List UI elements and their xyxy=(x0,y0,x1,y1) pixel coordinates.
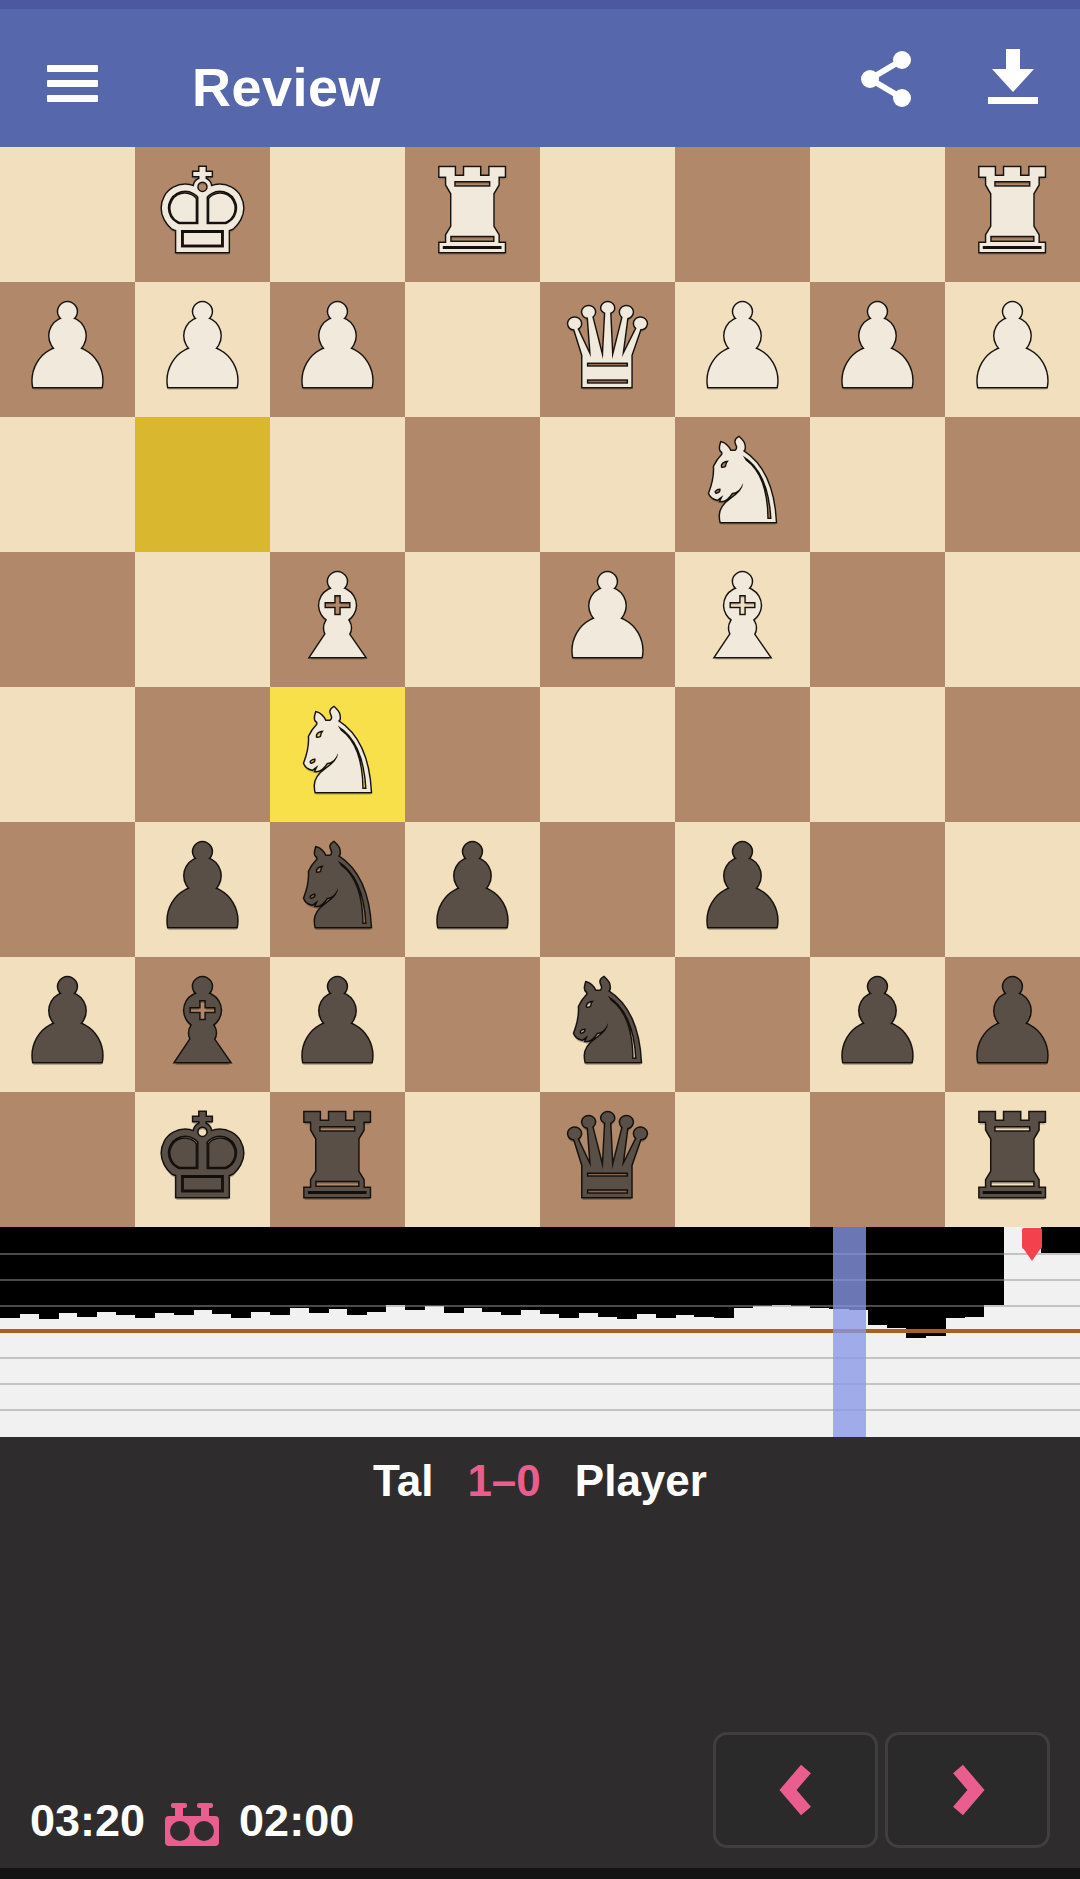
white-queen: ♛ xyxy=(540,282,675,417)
eval-bar xyxy=(193,1227,213,1310)
gridline xyxy=(0,1383,1080,1385)
eval-bar xyxy=(174,1227,194,1315)
eval-bar xyxy=(212,1227,232,1314)
chess-board[interactable]: ♚♜♜♟♟♟♛♟♟♟♞♝♟♝♞♟♞♟♟♟♝♟♞♟♟♚♜♛♜ xyxy=(0,147,1080,1227)
square-f5[interactable]: ♞ xyxy=(270,687,405,822)
square-e8[interactable] xyxy=(405,1092,540,1227)
square-e5[interactable] xyxy=(405,687,540,822)
gridline xyxy=(0,1253,1080,1255)
white-pawn: ♟ xyxy=(945,282,1080,417)
eval-bar xyxy=(906,1227,926,1338)
square-b5[interactable] xyxy=(810,687,945,822)
eval-bar xyxy=(19,1227,39,1314)
eval-bar xyxy=(444,1227,464,1313)
square-f1[interactable] xyxy=(270,147,405,282)
eval-bar xyxy=(1041,1227,1061,1253)
square-e4[interactable] xyxy=(405,552,540,687)
eval-bar xyxy=(887,1227,907,1328)
eval-bar xyxy=(96,1227,116,1312)
eval-bar xyxy=(58,1227,78,1313)
square-b6[interactable] xyxy=(810,822,945,957)
white-pawn: ♟ xyxy=(810,282,945,417)
eval-bar xyxy=(964,1227,984,1317)
square-f3[interactable] xyxy=(270,417,405,552)
eval-bar xyxy=(521,1227,541,1310)
black-rook: ♜ xyxy=(945,1092,1080,1227)
square-a4[interactable] xyxy=(945,552,1080,687)
square-a7[interactable]: ♟ xyxy=(945,957,1080,1092)
square-b8[interactable] xyxy=(810,1092,945,1227)
eval-bar xyxy=(424,1227,444,1306)
square-d6[interactable] xyxy=(540,822,675,957)
white-bishop: ♝ xyxy=(675,552,810,687)
eval-bar xyxy=(386,1227,406,1305)
square-c2[interactable]: ♟ xyxy=(675,282,810,417)
square-a6[interactable] xyxy=(945,822,1080,957)
square-b2[interactable]: ♟ xyxy=(810,282,945,417)
square-g3[interactable] xyxy=(135,417,270,552)
black-pawn: ♟ xyxy=(810,957,945,1092)
eval-bar xyxy=(675,1227,695,1315)
system-nav-strip xyxy=(0,1868,1080,1879)
eval-bar xyxy=(771,1227,791,1305)
white-clock: 03:20 xyxy=(30,1795,145,1847)
evaluation-graph[interactable] xyxy=(0,1227,1080,1437)
square-c7[interactable] xyxy=(675,957,810,1092)
next-move-button[interactable] xyxy=(885,1732,1050,1848)
gridline xyxy=(0,1409,1080,1411)
white-knight: ♞ xyxy=(270,687,405,822)
square-f6[interactable]: ♞ xyxy=(270,822,405,957)
eval-bar xyxy=(694,1227,714,1317)
square-d4[interactable]: ♟ xyxy=(540,552,675,687)
square-g5[interactable] xyxy=(135,687,270,822)
chess-review-screen: Review ♚♜♜♟♟♟♛♟♟♟♞♝ xyxy=(0,0,1080,1879)
square-c6[interactable]: ♟ xyxy=(675,822,810,957)
eval-bar xyxy=(366,1227,386,1312)
black-pawn: ♟ xyxy=(135,822,270,957)
eval-bar xyxy=(251,1227,271,1312)
black-rook: ♜ xyxy=(270,1092,405,1227)
square-c4[interactable]: ♝ xyxy=(675,552,810,687)
chess-clock-icon xyxy=(165,1800,219,1846)
eval-bar xyxy=(1061,1227,1080,1253)
eval-bar xyxy=(328,1227,348,1309)
status-bar xyxy=(0,0,1080,9)
square-g6[interactable]: ♟ xyxy=(135,822,270,957)
eval-bar xyxy=(501,1227,521,1315)
white-bishop: ♝ xyxy=(270,552,405,687)
square-a2[interactable]: ♟ xyxy=(945,282,1080,417)
square-c1[interactable] xyxy=(675,147,810,282)
gridline xyxy=(0,1357,1080,1359)
square-a5[interactable] xyxy=(945,687,1080,822)
eval-bar xyxy=(926,1227,946,1336)
square-c3[interactable]: ♞ xyxy=(675,417,810,552)
move-marker-pin xyxy=(1022,1228,1042,1262)
eval-bar xyxy=(579,1227,599,1313)
square-a1[interactable]: ♜ xyxy=(945,147,1080,282)
black-player-name: Player xyxy=(575,1456,707,1506)
square-h5[interactable] xyxy=(0,687,135,822)
square-h3[interactable] xyxy=(0,417,135,552)
square-d3[interactable] xyxy=(540,417,675,552)
square-a8[interactable]: ♜ xyxy=(945,1092,1080,1227)
result-score: 1–0 xyxy=(467,1456,540,1506)
square-h7[interactable]: ♟ xyxy=(0,957,135,1092)
white-pawn: ♟ xyxy=(540,552,675,687)
square-d8[interactable]: ♛ xyxy=(540,1092,675,1227)
eval-bar xyxy=(116,1227,136,1315)
square-e3[interactable] xyxy=(405,417,540,552)
square-h2[interactable]: ♟ xyxy=(0,282,135,417)
app-bar: Review xyxy=(0,9,1080,147)
square-b1[interactable] xyxy=(810,147,945,282)
square-g8[interactable]: ♚ xyxy=(135,1092,270,1227)
eval-bar xyxy=(289,1227,309,1308)
eval-bar xyxy=(309,1227,329,1313)
share-button[interactable] xyxy=(858,49,918,113)
square-d7[interactable]: ♞ xyxy=(540,957,675,1092)
square-g4[interactable] xyxy=(135,552,270,687)
white-rook: ♜ xyxy=(945,147,1080,282)
eval-bar xyxy=(752,1227,772,1306)
square-h4[interactable] xyxy=(0,552,135,687)
game-result-row: Tal 1–0 Player xyxy=(0,1456,1080,1506)
square-h6[interactable] xyxy=(0,822,135,957)
square-f2[interactable]: ♟ xyxy=(270,282,405,417)
current-move-stripe[interactable] xyxy=(833,1227,866,1437)
eval-bar xyxy=(347,1227,367,1315)
white-pawn: ♟ xyxy=(135,282,270,417)
chevron-right-icon xyxy=(951,1762,985,1818)
square-a3[interactable] xyxy=(945,417,1080,552)
square-b4[interactable] xyxy=(810,552,945,687)
eval-bar xyxy=(270,1227,290,1315)
download-icon xyxy=(986,49,1042,107)
download-button[interactable] xyxy=(986,49,1046,113)
black-pawn: ♟ xyxy=(945,957,1080,1092)
eval-bar xyxy=(463,1227,483,1308)
square-c5[interactable] xyxy=(675,687,810,822)
gridline xyxy=(0,1279,1080,1281)
eval-bar xyxy=(598,1227,618,1317)
black-knight: ♞ xyxy=(270,822,405,957)
square-e2[interactable] xyxy=(405,282,540,417)
eval-bar xyxy=(77,1227,97,1317)
eval-bar xyxy=(405,1227,425,1310)
black-knight: ♞ xyxy=(540,957,675,1092)
square-h8[interactable] xyxy=(0,1092,135,1227)
eval-bar xyxy=(540,1227,560,1314)
square-f8[interactable]: ♜ xyxy=(270,1092,405,1227)
black-pawn: ♟ xyxy=(0,957,135,1092)
black-clock: 02:00 xyxy=(239,1795,354,1847)
square-g1[interactable]: ♚ xyxy=(135,147,270,282)
eval-bar xyxy=(154,1227,174,1313)
square-f7[interactable]: ♟ xyxy=(270,957,405,1092)
square-d2[interactable]: ♛ xyxy=(540,282,675,417)
square-e1[interactable]: ♜ xyxy=(405,147,540,282)
black-bishop: ♝ xyxy=(135,957,270,1092)
eval-bar xyxy=(636,1227,656,1314)
page-title: Review xyxy=(192,56,381,118)
clock-row: 03:20 02:00 xyxy=(30,1795,354,1847)
eval-bar xyxy=(733,1227,753,1308)
square-d5[interactable] xyxy=(540,687,675,822)
chevron-left-icon xyxy=(779,1762,813,1818)
previous-move-button[interactable] xyxy=(713,1732,878,1848)
menu-button[interactable] xyxy=(47,58,98,106)
square-d1[interactable] xyxy=(540,147,675,282)
square-c8[interactable] xyxy=(675,1092,810,1227)
black-king: ♚ xyxy=(135,1092,270,1227)
square-e6[interactable]: ♟ xyxy=(405,822,540,957)
share-icon xyxy=(858,49,914,109)
hamburger-icon xyxy=(47,65,98,72)
black-pawn: ♟ xyxy=(405,822,540,957)
square-b3[interactable] xyxy=(810,417,945,552)
square-e7[interactable] xyxy=(405,957,540,1092)
eval-bar xyxy=(984,1227,1004,1305)
square-h1[interactable] xyxy=(0,147,135,282)
eval-bar xyxy=(482,1227,502,1312)
gridline xyxy=(0,1305,1080,1307)
square-b7[interactable]: ♟ xyxy=(810,957,945,1092)
black-pawn: ♟ xyxy=(270,957,405,1092)
white-rook: ♜ xyxy=(405,147,540,282)
square-f4[interactable]: ♝ xyxy=(270,552,405,687)
square-g7[interactable]: ♝ xyxy=(135,957,270,1092)
eval-bar xyxy=(868,1227,888,1325)
white-pawn: ♟ xyxy=(675,282,810,417)
eval-bar xyxy=(791,1227,811,1306)
square-g2[interactable]: ♟ xyxy=(135,282,270,417)
white-king: ♚ xyxy=(135,147,270,282)
black-queen: ♛ xyxy=(540,1092,675,1227)
white-pawn: ♟ xyxy=(270,282,405,417)
white-knight: ♞ xyxy=(675,417,810,552)
white-player-name: Tal xyxy=(373,1456,433,1506)
zero-eval-line xyxy=(0,1329,1080,1333)
eval-bar xyxy=(810,1227,830,1308)
white-pawn: ♟ xyxy=(0,282,135,417)
black-pawn: ♟ xyxy=(675,822,810,957)
